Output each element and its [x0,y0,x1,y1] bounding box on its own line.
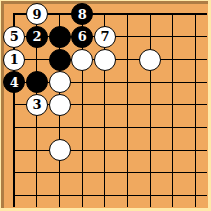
intersection-b4 [26,71,49,94]
intersection-c6 [48,116,71,139]
intersection-b9 [26,184,49,207]
white-stone [71,49,93,71]
intersection-h8 [162,162,185,185]
intersection-h6 [162,116,185,139]
intersection-g9 [139,184,162,207]
intersection-c5 [48,94,71,117]
intersection-f9 [116,184,139,207]
intersection-i2 [184,26,207,49]
move-number: 8 [78,7,87,20]
intersection-d7 [71,139,94,162]
white-stone [94,49,116,71]
intersection-i7 [184,139,207,162]
white-stone: 3 [26,94,48,116]
intersection-a7 [3,139,26,162]
intersection-i1 [184,3,207,26]
move-number: 7 [100,30,109,43]
intersection-f5 [116,94,139,117]
intersection-h2 [162,26,185,49]
intersection-g8 [139,162,162,185]
intersection-c7 [48,139,71,162]
intersection-d8 [71,162,94,185]
intersection-i3 [184,48,207,71]
intersection-b1: 9 [26,3,49,26]
intersection-f2 [116,26,139,49]
intersection-a6 [3,116,26,139]
intersection-a2: 5 [3,26,26,49]
intersection-a3: 1 [3,48,26,71]
white-stone: 7 [94,26,116,48]
white-stone: 1 [3,49,25,71]
intersection-d5 [71,94,94,117]
move-number: 4 [10,75,19,88]
intersection-e1 [94,3,117,26]
intersection-d4 [71,71,94,94]
black-stone: 6 [71,26,93,48]
intersection-c1 [48,3,71,26]
intersection-f7 [116,139,139,162]
intersection-b8 [26,162,49,185]
intersection-d9 [71,184,94,207]
intersection-g7 [139,139,162,162]
intersection-c2 [48,26,71,49]
move-number: 3 [32,98,41,111]
intersection-g4 [139,71,162,94]
intersection-i6 [184,116,207,139]
white-stone [49,94,71,116]
intersection-i8 [184,162,207,185]
white-stone [49,71,71,93]
intersection-d2: 6 [71,26,94,49]
intersection-b6 [26,116,49,139]
intersection-d3 [71,48,94,71]
intersection-c9 [48,184,71,207]
intersection-e3 [94,48,117,71]
intersection-f3 [116,48,139,71]
intersection-a4: 4 [3,71,26,94]
black-stone [49,26,71,48]
white-stone [49,139,71,161]
intersection-h1 [162,3,185,26]
move-number: 2 [32,30,41,43]
black-stone: 2 [26,26,48,48]
intersection-c3 [48,48,71,71]
intersection-e6 [94,116,117,139]
intersection-h9 [162,184,185,207]
intersection-b5: 3 [26,94,49,117]
black-stone: 4 [3,71,25,93]
intersection-e9 [94,184,117,207]
intersection-i9 [184,184,207,207]
intersection-i4 [184,71,207,94]
intersection-b2: 2 [26,26,49,49]
intersection-h3 [162,48,185,71]
move-number: 9 [32,7,41,20]
intersection-e4 [94,71,117,94]
intersection-f6 [116,116,139,139]
intersection-a9 [3,184,26,207]
intersection-h7 [162,139,185,162]
intersection-g3 [139,48,162,71]
intersection-d6 [71,116,94,139]
move-number: 1 [10,53,19,66]
intersection-c8 [48,162,71,185]
intersection-h4 [162,71,185,94]
intersection-a5 [3,94,26,117]
intersection-h5 [162,94,185,117]
white-stone: 5 [3,26,25,48]
intersection-e2: 7 [94,26,117,49]
intersection-f8 [116,162,139,185]
intersection-b3 [26,48,49,71]
intersection-i5 [184,94,207,117]
intersection-g2 [139,26,162,49]
intersection-b7 [26,139,49,162]
intersection-f4 [116,71,139,94]
move-number: 5 [10,30,19,43]
intersection-e8 [94,162,117,185]
black-stone [26,71,48,93]
intersection-a8 [3,162,26,185]
intersection-f1 [116,3,139,26]
white-stone: 9 [26,3,48,25]
white-stone [139,49,161,71]
intersection-g1 [139,3,162,26]
intersection-a1 [3,3,26,26]
go-diagram: 985267143 [0,0,211,211]
move-number: 6 [78,30,87,43]
intersection-d1: 8 [71,3,94,26]
go-board-grid: 985267143 [3,3,207,207]
intersection-g6 [139,116,162,139]
intersection-e7 [94,139,117,162]
intersection-g5 [139,94,162,117]
intersection-c4 [48,71,71,94]
intersection-e5 [94,94,117,117]
black-stone [49,49,71,71]
black-stone: 8 [71,3,93,25]
